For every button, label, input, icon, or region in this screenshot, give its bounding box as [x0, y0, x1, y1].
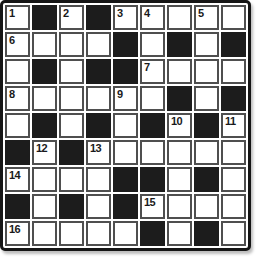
black-cell-r7c5	[113, 167, 138, 192]
cell-r7c2[interactable]	[32, 167, 57, 192]
black-cell-r8c1	[5, 194, 30, 219]
cell-r1c7[interactable]	[167, 5, 192, 30]
cell-r4c5[interactable]: 9	[113, 86, 138, 111]
cell-r3c8[interactable]	[194, 59, 219, 84]
cell-r9c9[interactable]	[221, 221, 246, 246]
black-cell-r1c2	[32, 5, 57, 30]
black-cell-r9c8	[194, 221, 219, 246]
clue-number-4: 4	[144, 7, 150, 20]
cell-r4c8[interactable]	[194, 86, 219, 111]
cell-r6c5[interactable]	[113, 140, 138, 165]
cell-r2c2[interactable]	[32, 32, 57, 57]
clue-number-3: 3	[117, 7, 123, 20]
clue-number-14: 14	[9, 169, 20, 182]
black-cell-r6c3	[59, 140, 84, 165]
black-cell-r3c5	[113, 59, 138, 84]
cell-r5c3[interactable]	[59, 113, 84, 138]
cell-r6c2[interactable]: 12	[32, 140, 57, 165]
black-cell-r3c4	[86, 59, 111, 84]
cell-r6c9[interactable]	[221, 140, 246, 165]
black-cell-r8c5	[113, 194, 138, 219]
cell-r2c3[interactable]	[59, 32, 84, 57]
clue-number-8: 8	[9, 88, 15, 101]
black-cell-r1c4	[86, 5, 111, 30]
black-cell-r8c3	[59, 194, 84, 219]
cell-r9c2[interactable]	[32, 221, 57, 246]
cell-r9c4[interactable]	[86, 221, 111, 246]
black-cell-r2c5	[113, 32, 138, 57]
clue-number-15: 15	[144, 196, 155, 209]
cell-r2c8[interactable]	[194, 32, 219, 57]
black-cell-r2c7	[167, 32, 192, 57]
black-cell-r5c2	[32, 113, 57, 138]
cell-r3c7[interactable]	[167, 59, 192, 84]
black-cell-r7c6	[140, 167, 165, 192]
cell-r4c6[interactable]	[140, 86, 165, 111]
cell-r7c3[interactable]	[59, 167, 84, 192]
clue-number-7: 7	[144, 61, 150, 74]
cell-r1c6[interactable]: 4	[140, 5, 165, 30]
cell-r9c1[interactable]: 16	[5, 221, 30, 246]
cell-r8c2[interactable]	[32, 194, 57, 219]
cell-r4c4[interactable]	[86, 86, 111, 111]
cell-r7c4[interactable]	[86, 167, 111, 192]
cell-r1c9[interactable]	[221, 5, 246, 30]
black-cell-r5c4	[86, 113, 111, 138]
crossword-board: 12345678910111213141516	[0, 0, 251, 251]
clue-number-9: 9	[117, 88, 123, 101]
cell-r3c6[interactable]: 7	[140, 59, 165, 84]
clue-number-10: 10	[171, 115, 182, 128]
cell-r1c5[interactable]: 3	[113, 5, 138, 30]
cell-r7c9[interactable]	[221, 167, 246, 192]
cell-r2c4[interactable]	[86, 32, 111, 57]
cell-r8c8[interactable]	[194, 194, 219, 219]
cell-r9c3[interactable]	[59, 221, 84, 246]
cell-r4c2[interactable]	[32, 86, 57, 111]
cell-r3c3[interactable]	[59, 59, 84, 84]
clue-number-5: 5	[198, 7, 204, 20]
black-cell-r4c9	[221, 86, 246, 111]
clue-number-11: 11	[225, 115, 236, 128]
cell-r8c7[interactable]	[167, 194, 192, 219]
cell-r7c7[interactable]	[167, 167, 192, 192]
clue-number-13: 13	[90, 142, 101, 155]
clue-number-1: 1	[9, 7, 15, 20]
cell-r9c5[interactable]	[113, 221, 138, 246]
clue-number-16: 16	[9, 223, 20, 236]
black-cell-r2c9	[221, 32, 246, 57]
cell-r3c9[interactable]	[221, 59, 246, 84]
cell-r1c8[interactable]: 5	[194, 5, 219, 30]
cell-r5c7[interactable]: 10	[167, 113, 192, 138]
cell-r8c4[interactable]	[86, 194, 111, 219]
cell-r3c1[interactable]	[5, 59, 30, 84]
cell-r5c9[interactable]: 11	[221, 113, 246, 138]
black-cell-r3c2	[32, 59, 57, 84]
cell-r6c8[interactable]	[194, 140, 219, 165]
clue-number-6: 6	[9, 34, 15, 47]
cell-r6c7[interactable]	[167, 140, 192, 165]
cell-r4c1[interactable]: 8	[5, 86, 30, 111]
cell-r2c6[interactable]	[140, 32, 165, 57]
cell-r7c1[interactable]: 14	[5, 167, 30, 192]
cell-r4c3[interactable]	[59, 86, 84, 111]
black-cell-r5c8	[194, 113, 219, 138]
cell-r1c3[interactable]: 2	[59, 5, 84, 30]
black-cell-r5c6	[140, 113, 165, 138]
clue-number-2: 2	[63, 7, 69, 20]
cell-r8c6[interactable]: 15	[140, 194, 165, 219]
cell-r5c5[interactable]	[113, 113, 138, 138]
cell-r1c1[interactable]: 1	[5, 5, 30, 30]
black-cell-r7c8	[194, 167, 219, 192]
cell-r6c4[interactable]: 13	[86, 140, 111, 165]
cell-r9c7[interactable]	[167, 221, 192, 246]
cell-r5c1[interactable]	[5, 113, 30, 138]
clue-number-12: 12	[36, 142, 47, 155]
black-cell-r4c7	[167, 86, 192, 111]
cell-r2c1[interactable]: 6	[5, 32, 30, 57]
cell-r6c6[interactable]	[140, 140, 165, 165]
black-cell-r6c1	[5, 140, 30, 165]
black-cell-r9c6	[140, 221, 165, 246]
cell-r8c9[interactable]	[221, 194, 246, 219]
